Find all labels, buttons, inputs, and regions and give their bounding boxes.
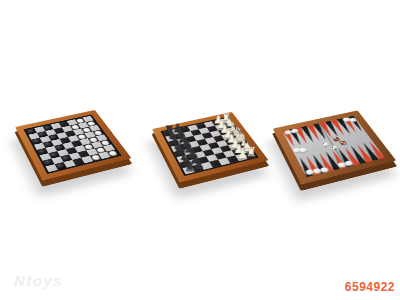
product-code: 6594922 — [345, 280, 395, 294]
backgammon-board-frame — [273, 110, 397, 184]
red-point — [316, 152, 333, 172]
white-checker-piece — [108, 150, 118, 156]
checkers-square — [60, 154, 72, 162]
black-point — [310, 154, 327, 174]
white-backgammon-checker — [299, 147, 308, 153]
checkers-square — [86, 148, 98, 155]
chess-board-scene: ♜♟♟♜♞♟♟♞♝♟♟♝♛♟♟♛♚♟♟♚♝♟♟♝♞♟♟♞♜♟♟♜ — [138, 86, 278, 202]
white-backgammon-checker — [320, 167, 330, 173]
chess-grid: ♜♟♟♜♞♟♟♞♝♟♟♝♛♟♟♛♚♟♟♚♝♟♟♝♞♟♟♞♜♟♟♜ — [161, 117, 259, 176]
white-backgammon-checker — [292, 147, 301, 153]
white-die — [330, 145, 338, 150]
brown-die — [333, 137, 341, 142]
white-backgammon-checker — [337, 162, 347, 168]
chess-board: ♜♟♟♜♞♟♟♞♝♟♟♝♛♟♟♛♚♟♟♚♝♟♟♝♞♟♟♞♜♟♟♜ — [152, 112, 268, 183]
red-point — [354, 143, 373, 162]
product-photo: ♜♟♟♜♞♟♟♞♝♟♟♝♛♟♟♛♚♟♟♚♝♟♟♝♞♟♟♞♜♟♟♜ Ntoys 6… — [0, 0, 400, 300]
chess-square: ♜ — [183, 166, 195, 174]
red-point — [342, 146, 360, 165]
black-point — [335, 148, 353, 168]
white-backgammon-checker — [312, 167, 322, 173]
backgammon-board-scene — [264, 86, 400, 202]
brown-die — [339, 141, 347, 146]
backgammon-field — [282, 116, 385, 177]
black-point — [323, 151, 341, 171]
backgammon-points-bottom — [297, 140, 385, 177]
white-backgammon-checker — [305, 169, 315, 175]
black-point — [360, 142, 379, 161]
backgammon-board — [273, 110, 397, 184]
red-point — [366, 140, 385, 159]
checkers-board — [15, 110, 131, 181]
checkers-board-scene — [2, 84, 140, 200]
white-backgammon-checker — [344, 160, 354, 166]
checkers-square — [107, 150, 119, 157]
white-die — [321, 142, 329, 147]
black-point — [297, 157, 314, 177]
white-chess-piece: ♜ — [219, 112, 233, 123]
red-point — [303, 155, 320, 175]
checkers-board-frame — [15, 110, 131, 181]
black-point — [348, 145, 366, 164]
watermark: Ntoys — [14, 272, 63, 289]
red-point — [329, 149, 347, 169]
chess-board-frame: ♜♟♟♜♞♟♟♞♝♟♟♝♛♟♟♛♚♟♟♚♝♟♟♝♞♟♟♞♜♟♟♜ — [152, 112, 268, 183]
checkers-grid — [24, 115, 122, 174]
white-chess-piece: ♞ — [240, 141, 255, 153]
